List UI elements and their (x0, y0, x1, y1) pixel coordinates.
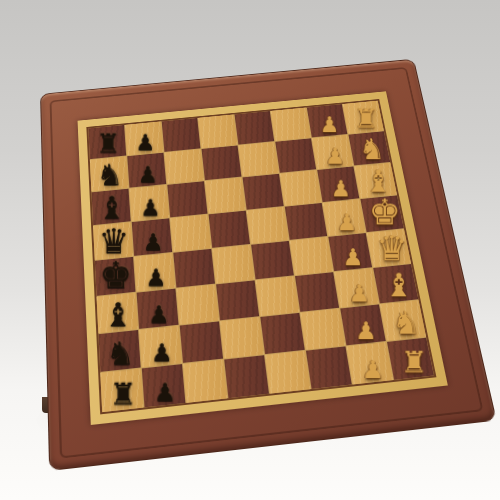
square-d2: ♟ (328, 233, 372, 271)
white-pawn: ♟ (339, 281, 378, 305)
square-a6 (183, 359, 227, 402)
white-bishop: ♝ (379, 269, 418, 301)
square-e7: ♟ (131, 218, 171, 256)
square-e8: ♛ (93, 222, 133, 260)
square-h5 (198, 114, 237, 148)
square-a8: ♜ (100, 368, 143, 411)
white-queen: ♛ (372, 231, 410, 265)
square-a5 (224, 355, 269, 398)
square-f7: ♟ (129, 185, 169, 221)
square-e3 (284, 203, 326, 240)
square-g6 (164, 149, 203, 184)
black-bishop: ♝ (93, 192, 131, 223)
square-a3 (305, 346, 351, 389)
square-c6 (176, 284, 218, 324)
square-h6 (161, 118, 200, 152)
square-b7: ♟ (139, 325, 182, 367)
square-a1: ♜ (386, 337, 433, 379)
square-c4 (255, 276, 299, 316)
white-bishop: ♝ (359, 166, 396, 196)
black-pawn: ♟ (138, 303, 178, 327)
square-f8: ♝ (91, 188, 130, 224)
square-b8: ♞ (98, 330, 140, 372)
black-pawn: ♟ (129, 163, 166, 185)
square-g4 (238, 142, 278, 177)
square-f1: ♝ (354, 162, 397, 197)
square-g8: ♞ (89, 156, 128, 191)
black-pawn: ♟ (144, 380, 185, 405)
square-h4 (234, 111, 274, 145)
square-c8: ♝ (96, 292, 137, 332)
white-rook: ♜ (347, 106, 383, 132)
white-knight: ♞ (386, 307, 426, 338)
black-knight: ♞ (100, 337, 140, 369)
black-rook: ♜ (89, 130, 125, 157)
square-e5 (208, 210, 249, 247)
square-g7: ♟ (127, 152, 166, 187)
square-b4 (260, 312, 304, 353)
black-pawn: ♟ (136, 266, 175, 290)
white-knight: ♞ (353, 135, 389, 164)
square-b3 (300, 308, 345, 349)
black-pawn: ♟ (131, 196, 169, 219)
square-d1: ♛ (366, 229, 410, 267)
square-b6 (179, 321, 222, 363)
white-king: ♚ (366, 194, 404, 230)
black-knight: ♞ (91, 160, 128, 189)
square-b1: ♞ (379, 300, 425, 341)
square-e2: ♟ (322, 199, 365, 236)
black-king: ♚ (96, 257, 135, 294)
white-pawn: ♟ (352, 357, 393, 382)
black-bishop: ♝ (98, 298, 138, 330)
white-pawn: ♟ (316, 145, 353, 167)
square-c5 (216, 280, 259, 320)
square-g5 (201, 145, 241, 180)
white-pawn: ♟ (345, 319, 385, 343)
square-a2: ♟ (346, 342, 392, 384)
square-e6 (170, 214, 211, 251)
square-a4 (265, 350, 310, 393)
square-c7: ♟ (136, 288, 178, 328)
square-g3 (275, 138, 316, 173)
white-pawn: ♟ (333, 246, 371, 269)
photo-scene: ♜♟♟♜♞♟♟♞♝♟♟♝♛♟♟♚♚♟♟♛♝♟♟♝♞♟♟♞♜♟♟♜ (0, 0, 500, 500)
square-e4 (246, 206, 288, 243)
square-h3 (270, 107, 310, 140)
square-d4 (251, 241, 294, 279)
square-b5 (220, 317, 264, 358)
square-g2: ♟ (311, 134, 352, 168)
square-c1: ♝ (373, 264, 418, 303)
black-queen: ♛ (94, 223, 132, 257)
square-f3 (279, 170, 321, 206)
square-f6 (167, 181, 207, 217)
black-pawn: ♟ (127, 131, 163, 153)
square-e1: ♚ (360, 195, 403, 232)
chess-board: ♜♟♟♜♞♟♟♞♝♟♟♝♛♟♟♚♚♟♟♛♝♟♟♝♞♟♟♞♜♟♟♜ (40, 59, 497, 471)
white-rook: ♜ (393, 347, 433, 377)
black-pawn: ♟ (141, 340, 181, 364)
square-h1: ♜ (342, 100, 383, 133)
square-d7: ♟ (134, 252, 175, 291)
square-c2: ♟ (334, 268, 379, 307)
square-f2: ♟ (317, 166, 359, 202)
square-h2: ♟ (306, 104, 347, 137)
white-pawn: ♟ (327, 211, 365, 234)
square-f4 (242, 173, 283, 209)
square-f5 (204, 177, 245, 213)
white-pawn: ♟ (322, 177, 359, 199)
square-b2: ♟ (340, 304, 385, 345)
square-d6 (173, 248, 215, 287)
square-d8: ♚ (94, 256, 135, 295)
white-pawn: ♟ (311, 114, 347, 136)
board-frame: ♜♟♟♜♞♟♟♞♝♟♟♝♛♟♟♚♚♟♟♛♝♟♟♝♞♟♟♞♜♟♟♜ (40, 59, 497, 471)
square-g1: ♞ (348, 131, 390, 165)
black-rook: ♜ (102, 379, 143, 409)
board-grid: ♜♟♟♜♞♟♟♞♝♟♟♝♛♟♟♚♚♟♟♛♝♟♟♝♞♟♟♞♜♟♟♜ (86, 99, 436, 414)
square-h8: ♜ (88, 125, 126, 159)
square-a7: ♟ (141, 364, 185, 407)
square-h7: ♟ (125, 121, 163, 155)
black-pawn: ♟ (133, 231, 171, 254)
square-c3 (294, 272, 338, 312)
square-d3 (289, 237, 332, 275)
maple-inlay-border: ♜♟♟♜♞♟♟♞♝♟♟♝♛♟♟♚♚♟♟♛♝♟♟♝♞♟♟♞♜♟♟♜ (77, 91, 447, 425)
square-d5 (212, 244, 254, 283)
